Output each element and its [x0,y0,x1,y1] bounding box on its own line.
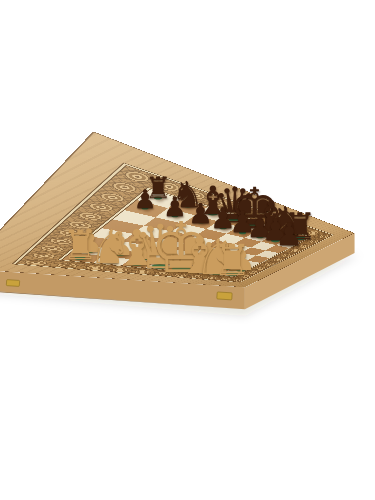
product-photo-scene: ♜♞♟♝♟♛♟♚♟♝♟♞♟♜♟♟♟♟♟♜♟♞♟♝♟♛♟♚♟♝♞♜ [0,0,375,500]
brass-latch [217,292,232,300]
chessboard-grid [63,190,310,277]
brass-hinge [6,280,19,287]
